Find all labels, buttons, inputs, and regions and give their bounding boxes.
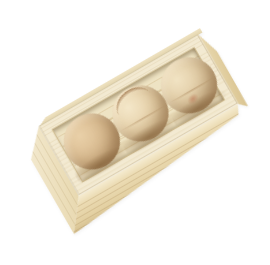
wooden-tray [15,26,264,239]
ball-crack [110,80,158,127]
product-photo-background [0,0,270,265]
